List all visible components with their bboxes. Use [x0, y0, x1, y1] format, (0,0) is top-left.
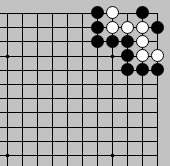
intersection[interactable] [105, 6, 120, 20]
intersection[interactable] [30, 77, 45, 91]
intersection[interactable] [45, 34, 60, 48]
intersection[interactable] [135, 48, 150, 62]
intersection[interactable] [90, 148, 105, 162]
intersection[interactable] [75, 63, 90, 77]
intersection[interactable] [135, 91, 150, 105]
black-stone [151, 21, 164, 34]
intersection[interactable] [0, 63, 15, 77]
intersection[interactable] [30, 48, 45, 62]
black-stone [121, 35, 134, 48]
intersection[interactable] [150, 91, 165, 105]
intersection[interactable] [75, 148, 90, 162]
intersection[interactable] [15, 6, 30, 20]
intersection[interactable] [45, 105, 60, 119]
intersection[interactable] [120, 148, 135, 162]
intersection[interactable] [150, 63, 165, 77]
intersection[interactable] [0, 134, 15, 148]
intersection[interactable] [45, 148, 60, 162]
intersection[interactable] [0, 6, 15, 20]
intersection[interactable] [60, 119, 75, 133]
white-stone [136, 35, 149, 48]
intersection[interactable] [60, 48, 75, 62]
intersection[interactable] [150, 77, 165, 91]
black-stone [151, 63, 164, 76]
intersection[interactable] [30, 91, 45, 105]
intersection[interactable] [135, 134, 150, 148]
intersection[interactable] [105, 134, 120, 148]
white-stone [136, 21, 149, 34]
white-stone [151, 49, 164, 62]
intersection[interactable] [120, 63, 135, 77]
intersection[interactable] [15, 34, 30, 48]
white-stone [136, 49, 149, 62]
white-stone [106, 6, 119, 19]
intersection[interactable] [90, 34, 105, 48]
white-stone [106, 21, 119, 34]
intersection[interactable] [60, 148, 75, 162]
intersection[interactable] [150, 6, 165, 20]
intersection[interactable] [120, 91, 135, 105]
intersection[interactable] [15, 134, 30, 148]
intersection[interactable] [90, 6, 105, 20]
intersection[interactable] [135, 105, 150, 119]
intersection[interactable] [120, 20, 135, 34]
intersection[interactable] [60, 77, 75, 91]
intersection[interactable] [120, 134, 135, 148]
intersection[interactable] [60, 91, 75, 105]
white-stone [121, 21, 134, 34]
intersection[interactable] [105, 63, 120, 77]
intersection[interactable] [30, 134, 45, 148]
intersection[interactable] [0, 77, 15, 91]
black-stone [121, 49, 134, 62]
intersection[interactable] [45, 77, 60, 91]
intersection[interactable] [75, 6, 90, 20]
intersection[interactable] [15, 119, 30, 133]
intersection[interactable] [75, 105, 90, 119]
intersection[interactable] [45, 119, 60, 133]
intersection[interactable] [45, 20, 60, 34]
intersection[interactable] [60, 105, 75, 119]
intersection[interactable] [15, 63, 30, 77]
go-board [0, 0, 170, 166]
intersection[interactable] [150, 34, 165, 48]
black-stone [106, 35, 119, 48]
black-stone [121, 63, 134, 76]
intersection[interactable] [30, 20, 45, 34]
intersection[interactable] [30, 105, 45, 119]
intersection[interactable] [15, 77, 30, 91]
black-stone [91, 35, 104, 48]
black-stone [136, 63, 149, 76]
intersection[interactable] [90, 105, 105, 119]
intersection[interactable] [0, 48, 15, 62]
intersection[interactable] [60, 20, 75, 34]
intersection[interactable] [150, 20, 165, 34]
intersection[interactable] [30, 34, 45, 48]
black-stone [91, 6, 104, 19]
intersection[interactable] [0, 119, 15, 133]
intersection[interactable] [135, 63, 150, 77]
intersection[interactable] [15, 148, 30, 162]
intersection[interactable] [75, 77, 90, 91]
intersection[interactable] [60, 6, 75, 20]
intersection[interactable] [120, 48, 135, 62]
intersection[interactable] [45, 63, 60, 77]
board-grid [0, 6, 165, 162]
intersection[interactable] [45, 48, 60, 62]
intersection[interactable] [105, 148, 120, 162]
intersection[interactable] [135, 20, 150, 34]
intersection[interactable] [150, 48, 165, 62]
intersection[interactable] [0, 91, 15, 105]
intersection[interactable] [75, 119, 90, 133]
intersection[interactable] [135, 6, 150, 20]
intersection[interactable] [120, 6, 135, 20]
intersection[interactable] [120, 105, 135, 119]
intersection[interactable] [75, 91, 90, 105]
intersection[interactable] [90, 20, 105, 34]
intersection[interactable] [105, 119, 120, 133]
black-stone [91, 21, 104, 34]
intersection[interactable] [60, 34, 75, 48]
intersection[interactable] [135, 34, 150, 48]
intersection[interactable] [150, 134, 165, 148]
intersection[interactable] [60, 134, 75, 148]
intersection[interactable] [150, 105, 165, 119]
intersection[interactable] [45, 6, 60, 20]
intersection[interactable] [105, 20, 120, 34]
intersection[interactable] [120, 77, 135, 91]
intersection[interactable] [90, 48, 105, 62]
intersection[interactable] [30, 119, 45, 133]
intersection[interactable] [90, 134, 105, 148]
intersection[interactable] [30, 6, 45, 20]
black-stone [136, 6, 149, 19]
intersection[interactable] [75, 134, 90, 148]
intersection[interactable] [0, 105, 15, 119]
intersection[interactable] [105, 77, 120, 91]
intersection[interactable] [75, 48, 90, 62]
intersection[interactable] [30, 63, 45, 77]
intersection[interactable] [90, 77, 105, 91]
intersection[interactable] [15, 48, 30, 62]
intersection[interactable] [150, 119, 165, 133]
intersection[interactable] [105, 91, 120, 105]
intersection[interactable] [135, 119, 150, 133]
intersection[interactable] [0, 20, 15, 34]
intersection[interactable] [45, 134, 60, 148]
intersection[interactable] [135, 77, 150, 91]
intersection[interactable] [15, 105, 30, 119]
intersection[interactable] [0, 34, 15, 48]
intersection[interactable] [75, 20, 90, 34]
intersection[interactable] [90, 63, 105, 77]
intersection[interactable] [75, 34, 90, 48]
intersection[interactable] [120, 34, 135, 48]
intersection[interactable] [105, 48, 120, 62]
intersection[interactable] [135, 148, 150, 162]
intersection[interactable] [30, 148, 45, 162]
intersection[interactable] [90, 91, 105, 105]
intersection[interactable] [150, 148, 165, 162]
intersection[interactable] [0, 148, 15, 162]
intersection[interactable] [120, 119, 135, 133]
intersection[interactable] [90, 119, 105, 133]
intersection[interactable] [15, 91, 30, 105]
intersection[interactable] [15, 20, 30, 34]
intersection[interactable] [45, 91, 60, 105]
intersection[interactable] [60, 63, 75, 77]
intersection[interactable] [105, 105, 120, 119]
intersection[interactable] [105, 34, 120, 48]
